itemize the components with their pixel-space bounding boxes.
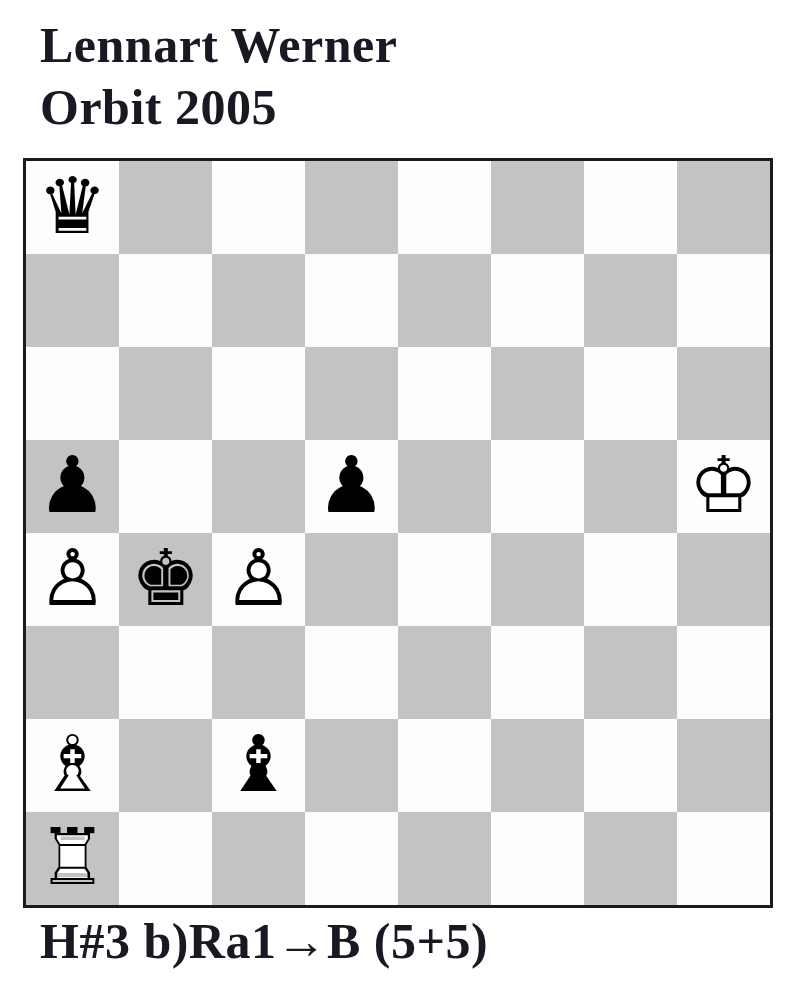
square-f3: [491, 626, 584, 719]
white-pawn: ♟♙: [212, 533, 305, 626]
square-e6: [398, 347, 491, 440]
square-a2: ♝♗: [26, 719, 119, 812]
square-e4: [398, 533, 491, 626]
chess-board: ♛♟♟♚♔♟♙♚♟♙♝♗♝♜♖: [23, 158, 773, 908]
square-b6: [119, 347, 212, 440]
square-f1: [491, 812, 584, 905]
square-f8: [491, 161, 584, 254]
square-f5: [491, 440, 584, 533]
square-d3: [305, 626, 398, 719]
square-a5: ♟: [26, 440, 119, 533]
square-h5: ♚♔: [677, 440, 770, 533]
square-b5: [119, 440, 212, 533]
square-b8: [119, 161, 212, 254]
square-b3: [119, 626, 212, 719]
square-g4: [584, 533, 677, 626]
square-h1: [677, 812, 770, 905]
square-b2: [119, 719, 212, 812]
square-c8: [212, 161, 305, 254]
square-a7: [26, 254, 119, 347]
square-g3: [584, 626, 677, 719]
square-d7: [305, 254, 398, 347]
black-bishop-glyph: ♝: [224, 725, 294, 803]
square-b1: [119, 812, 212, 905]
square-e5: [398, 440, 491, 533]
square-a3: [26, 626, 119, 719]
square-f7: [491, 254, 584, 347]
square-e8: [398, 161, 491, 254]
square-c1: [212, 812, 305, 905]
problem-header: Lennart Werner Orbit 2005: [40, 14, 397, 138]
square-d6: [305, 347, 398, 440]
square-c7: [212, 254, 305, 347]
square-g5: [584, 440, 677, 533]
black-king-glyph: ♚: [131, 539, 201, 617]
square-c5: [212, 440, 305, 533]
square-b4: ♚: [119, 533, 212, 626]
black-queen: ♛: [26, 161, 119, 254]
square-h3: [677, 626, 770, 719]
square-h2: [677, 719, 770, 812]
white-rook-glyph-outline: ♖: [38, 818, 108, 896]
white-pawn-glyph-outline: ♙: [38, 539, 108, 617]
square-g8: [584, 161, 677, 254]
square-f6: [491, 347, 584, 440]
square-c4: ♟♙: [212, 533, 305, 626]
square-f4: [491, 533, 584, 626]
square-b7: [119, 254, 212, 347]
white-king-glyph-outline: ♔: [689, 446, 759, 524]
square-c2: ♝: [212, 719, 305, 812]
black-king: ♚: [119, 533, 212, 626]
black-pawn-glyph: ♟: [38, 446, 108, 524]
square-c3: [212, 626, 305, 719]
square-d2: [305, 719, 398, 812]
square-g2: [584, 719, 677, 812]
square-h6: [677, 347, 770, 440]
white-bishop-glyph-outline: ♗: [38, 725, 108, 803]
stipulation-caption: H#3 b)Ra1→B (5+5): [40, 912, 488, 970]
white-pawn-glyph-outline: ♙: [224, 539, 294, 617]
square-g7: [584, 254, 677, 347]
source-line: Orbit 2005: [40, 76, 397, 138]
square-g6: [584, 347, 677, 440]
black-pawn-glyph: ♟: [317, 446, 387, 524]
black-queen-glyph: ♛: [38, 167, 108, 245]
black-pawn: ♟: [26, 440, 119, 533]
square-c6: [212, 347, 305, 440]
white-bishop: ♝♗: [26, 719, 119, 812]
white-rook: ♜♖: [26, 812, 119, 905]
square-a8: ♛: [26, 161, 119, 254]
square-h7: [677, 254, 770, 347]
white-king: ♚♔: [677, 440, 770, 533]
square-d1: [305, 812, 398, 905]
square-d8: [305, 161, 398, 254]
square-f2: [491, 719, 584, 812]
black-pawn: ♟: [305, 440, 398, 533]
square-e2: [398, 719, 491, 812]
square-a1: ♜♖: [26, 812, 119, 905]
square-h8: [677, 161, 770, 254]
black-bishop: ♝: [212, 719, 305, 812]
composer-name: Lennart Werner: [40, 14, 397, 76]
square-e7: [398, 254, 491, 347]
square-e3: [398, 626, 491, 719]
square-e1: [398, 812, 491, 905]
square-h4: [677, 533, 770, 626]
square-a4: ♟♙: [26, 533, 119, 626]
square-a6: [26, 347, 119, 440]
white-pawn: ♟♙: [26, 533, 119, 626]
square-d4: [305, 533, 398, 626]
square-d5: ♟: [305, 440, 398, 533]
square-g1: [584, 812, 677, 905]
